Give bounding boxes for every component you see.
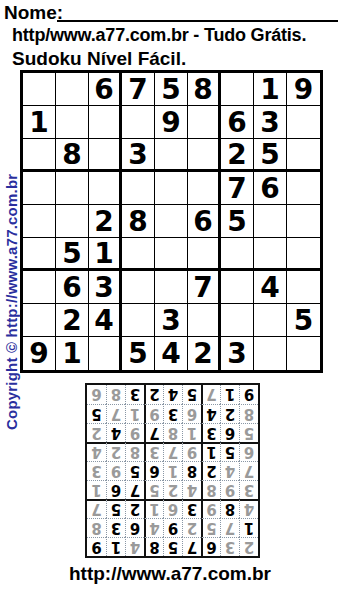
puzzle-cell-r6c4 <box>122 238 155 271</box>
puzzle-cell-r1c7 <box>221 73 254 106</box>
puzzle-cell-r1c8: 1 <box>254 73 287 106</box>
puzzle-cell-r5c4: 8 <box>122 205 155 238</box>
puzzle-cell-r8c1 <box>23 304 56 337</box>
solution-cell-r7c3: 3 <box>201 423 220 442</box>
solution-cell-r8c9: 5 <box>87 404 106 423</box>
puzzle-cell-r8c2: 2 <box>56 304 89 337</box>
solution-cell-r7c8: 4 <box>106 423 125 442</box>
puzzle-cell-r7c7 <box>221 271 254 304</box>
solution-cell-r5c8: 9 <box>106 461 125 480</box>
solution-cell-r1c3: 6 <box>201 537 220 556</box>
solution-cell-r1c4: 7 <box>182 537 201 556</box>
puzzle-cell-r5c2 <box>56 205 89 238</box>
puzzle-cell-r5c5 <box>155 205 188 238</box>
puzzle-cell-r7c4 <box>122 271 155 304</box>
solution-cell-r4c6: 5 <box>144 480 163 499</box>
solution-cell-r5c9: 3 <box>87 461 106 480</box>
puzzle-cell-r4c8: 6 <box>254 172 287 205</box>
puzzle-cell-r2c2 <box>56 106 89 139</box>
solution-cell-r7c4: 1 <box>182 423 201 442</box>
solution-cell-r6c3: 1 <box>201 442 220 461</box>
solution-cell-r1c5: 5 <box>163 537 182 556</box>
puzzle-cell-r6c5 <box>155 238 188 271</box>
puzzle-cell-r1c5: 5 <box>155 73 188 106</box>
solution-cell-r8c4: 6 <box>182 404 201 423</box>
solution-cell-r8c3: 4 <box>201 404 220 423</box>
solution-cell-r9c4: 5 <box>182 385 201 404</box>
solution-cell-r9c5: 4 <box>163 385 182 404</box>
puzzle-cell-r7c1 <box>23 271 56 304</box>
puzzle-cell-r4c6 <box>188 172 221 205</box>
footer-url: http://www.a77.com.br <box>0 563 340 585</box>
solution-cell-r6c8: 2 <box>106 442 125 461</box>
puzzle-cell-r1c4: 7 <box>122 73 155 106</box>
solution-cell-r4c1: 3 <box>239 480 258 499</box>
puzzle-cell-r5c9 <box>287 205 320 238</box>
puzzle-cell-r7c9 <box>287 271 320 304</box>
puzzle-cell-r9c7: 3 <box>221 337 254 370</box>
solution-cell-r3c2: 8 <box>220 499 239 518</box>
solution-cell-r3c7: 2 <box>125 499 144 518</box>
puzzle-cell-r2c5: 9 <box>155 106 188 139</box>
puzzle-cell-r7c3: 3 <box>89 271 122 304</box>
name-blank-line <box>57 20 338 22</box>
solution-cell-r8c6: 9 <box>144 404 163 423</box>
solution-cell-r9c6: 2 <box>144 385 163 404</box>
puzzle-cell-r3c3 <box>89 139 122 172</box>
solution-cell-r4c7: 7 <box>125 480 144 499</box>
solution-cell-r5c1: 7 <box>239 461 258 480</box>
puzzle-cell-r2c4 <box>122 106 155 139</box>
puzzle-cell-r1c1 <box>23 73 56 106</box>
solution-cell-r6c4: 9 <box>182 442 201 461</box>
solution-cell-r1c8: 1 <box>106 537 125 556</box>
solution-cell-r7c5: 8 <box>163 423 182 442</box>
solution-cell-r3c9: 7 <box>87 499 106 518</box>
solution-cell-r2c1: 1 <box>239 518 258 537</box>
solution-cell-r3c5: 6 <box>163 499 182 518</box>
puzzle-cell-r9c8 <box>254 337 287 370</box>
sudoku-solution-grid-upside-down: 2367584191752946384893612573984257617428… <box>85 383 260 558</box>
solution-cell-r5c6: 6 <box>144 461 163 480</box>
puzzle-cell-r2c3 <box>89 106 122 139</box>
puzzle-cell-r8c3: 4 <box>89 304 122 337</box>
solution-cell-r2c6: 4 <box>144 518 163 537</box>
puzzle-cell-r6c7 <box>221 238 254 271</box>
solution-cell-r2c4: 2 <box>182 518 201 537</box>
puzzle-cell-r6c6 <box>188 238 221 271</box>
solution-cell-r3c6: 1 <box>144 499 163 518</box>
solution-cell-r3c4: 3 <box>182 499 201 518</box>
puzzle-cell-r9c3 <box>89 337 122 370</box>
solution-cell-r1c9: 9 <box>87 537 106 556</box>
puzzle-cell-r7c2: 6 <box>56 271 89 304</box>
solution-cell-r2c9: 8 <box>87 518 106 537</box>
puzzle-cell-r3c6 <box>188 139 221 172</box>
solution-cell-r6c9: 4 <box>87 442 106 461</box>
solution-cell-r5c3: 2 <box>201 461 220 480</box>
solution-cell-r4c9: 1 <box>87 480 106 499</box>
solution-cell-r8c8: 7 <box>106 404 125 423</box>
solution-cell-r8c1: 8 <box>239 404 258 423</box>
solution-cell-r5c4: 8 <box>182 461 201 480</box>
solution-cell-r6c1: 6 <box>239 442 258 461</box>
puzzle-cell-r4c5 <box>155 172 188 205</box>
puzzle-cell-r4c2 <box>56 172 89 205</box>
puzzle-cell-r3c5 <box>155 139 188 172</box>
puzzle-cell-r3c2: 8 <box>56 139 89 172</box>
puzzle-cell-r5c7: 5 <box>221 205 254 238</box>
puzzle-cell-r4c1 <box>23 172 56 205</box>
solution-cell-r8c5: 3 <box>163 404 182 423</box>
solution-cell-r2c8: 3 <box>106 518 125 537</box>
puzzle-cell-r8c9: 5 <box>287 304 320 337</box>
solution-cell-r9c7: 3 <box>125 385 144 404</box>
puzzle-cell-r2c1: 1 <box>23 106 56 139</box>
solution-cell-r2c3: 5 <box>201 518 220 537</box>
solution-cell-r7c9: 2 <box>87 423 106 442</box>
puzzle-cell-r5c1 <box>23 205 56 238</box>
solution-cell-r7c1: 5 <box>239 423 258 442</box>
solution-cell-r1c2: 3 <box>220 537 239 556</box>
puzzle-cell-r2c6 <box>188 106 221 139</box>
solution-cell-r4c4: 4 <box>182 480 201 499</box>
puzzle-cell-r9c2: 1 <box>56 337 89 370</box>
solution-cell-r9c9: 6 <box>87 385 106 404</box>
puzzle-cell-r2c9 <box>287 106 320 139</box>
site-title: http/www.a77.com.br - Tudo Grátis. <box>12 25 306 46</box>
puzzle-cell-r6c3: 1 <box>89 238 122 271</box>
solution-cell-r3c3: 9 <box>201 499 220 518</box>
solution-cell-r6c7: 8 <box>125 442 144 461</box>
solution-cell-r9c2: 1 <box>220 385 239 404</box>
solution-cell-r1c6: 8 <box>144 537 163 556</box>
solution-cell-r2c2: 7 <box>220 518 239 537</box>
sudoku-puzzle-grid: 675819196383257628655163742435915423 <box>20 70 323 373</box>
puzzle-cell-r5c3: 2 <box>89 205 122 238</box>
solution-cell-r3c8: 5 <box>106 499 125 518</box>
puzzle-cell-r8c4 <box>122 304 155 337</box>
solution-cell-r9c8: 8 <box>106 385 125 404</box>
puzzle-cell-r7c8: 4 <box>254 271 287 304</box>
puzzle-cell-r1c6: 8 <box>188 73 221 106</box>
puzzle-cell-r8c5: 3 <box>155 304 188 337</box>
solution-cell-r4c2: 9 <box>220 480 239 499</box>
solution-cell-r8c7: 1 <box>125 404 144 423</box>
puzzle-cell-r9c4: 5 <box>122 337 155 370</box>
puzzle-cell-r4c4 <box>122 172 155 205</box>
puzzle-cell-r4c9 <box>287 172 320 205</box>
puzzle-cell-r1c9: 9 <box>287 73 320 106</box>
copyright-vertical-text: Copyright © http://www.a77.com.br <box>3 174 20 430</box>
puzzle-cell-r7c6: 7 <box>188 271 221 304</box>
solution-cell-r7c2: 6 <box>220 423 239 442</box>
puzzle-cell-r4c3 <box>89 172 122 205</box>
solution-cell-r5c7: 5 <box>125 461 144 480</box>
puzzle-cell-r2c7: 6 <box>221 106 254 139</box>
solution-cell-r5c2: 4 <box>220 461 239 480</box>
solution-cell-r9c3: 7 <box>201 385 220 404</box>
puzzle-cell-r9c6: 2 <box>188 337 221 370</box>
solution-cell-r3c1: 4 <box>239 499 258 518</box>
puzzle-cell-r9c9 <box>287 337 320 370</box>
puzzle-cell-r8c7 <box>221 304 254 337</box>
solution-cell-r1c1: 2 <box>239 537 258 556</box>
puzzle-cell-r8c8 <box>254 304 287 337</box>
solution-cell-r2c7: 6 <box>125 518 144 537</box>
name-label: Nome: <box>4 2 63 24</box>
puzzle-cell-r6c1 <box>23 238 56 271</box>
solution-cell-r5c5: 1 <box>163 461 182 480</box>
puzzle-cell-r3c4: 3 <box>122 139 155 172</box>
puzzle-cell-r8c6 <box>188 304 221 337</box>
puzzle-cell-r5c6: 6 <box>188 205 221 238</box>
solution-cell-r7c6: 7 <box>144 423 163 442</box>
puzzle-cell-r6c8 <box>254 238 287 271</box>
solution-cell-r2c5: 9 <box>163 518 182 537</box>
puzzle-cell-r1c3: 6 <box>89 73 122 106</box>
solution-cell-r6c6: 3 <box>144 442 163 461</box>
puzzle-cell-r3c9 <box>287 139 320 172</box>
puzzle-cell-r9c5: 4 <box>155 337 188 370</box>
solution-cell-r9c1: 9 <box>239 385 258 404</box>
puzzle-cell-r3c7: 2 <box>221 139 254 172</box>
solution-cell-r6c2: 5 <box>220 442 239 461</box>
puzzle-level-title: Sudoku Nível Fácil. <box>12 48 186 70</box>
puzzle-cell-r1c2 <box>56 73 89 106</box>
solution-cell-r6c5: 7 <box>163 442 182 461</box>
puzzle-cell-r2c8: 3 <box>254 106 287 139</box>
solution-cell-r4c8: 6 <box>106 480 125 499</box>
solution-cell-r4c5: 2 <box>163 480 182 499</box>
puzzle-cell-r9c1: 9 <box>23 337 56 370</box>
puzzle-cell-r7c5 <box>155 271 188 304</box>
puzzle-cell-r5c8 <box>254 205 287 238</box>
sudoku-printable-sheet: Nome: http/www.a77.com.br - Tudo Grátis.… <box>0 0 340 596</box>
puzzle-cell-r3c1 <box>23 139 56 172</box>
puzzle-cell-r6c2: 5 <box>56 238 89 271</box>
solution-cell-r8c2: 2 <box>220 404 239 423</box>
puzzle-cell-r4c7: 7 <box>221 172 254 205</box>
solution-cell-r7c7: 9 <box>125 423 144 442</box>
solution-cell-r4c3: 8 <box>201 480 220 499</box>
puzzle-cell-r3c8: 5 <box>254 139 287 172</box>
puzzle-cell-r6c9 <box>287 238 320 271</box>
solution-cell-r1c7: 4 <box>125 537 144 556</box>
